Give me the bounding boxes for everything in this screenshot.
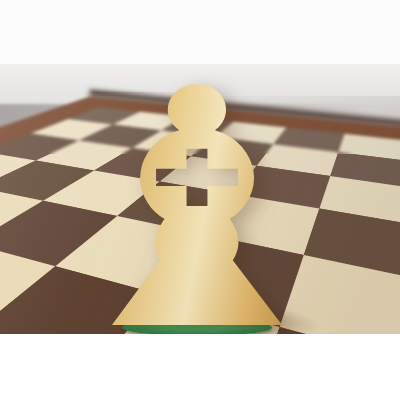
product-photo-chess-bishop: ♝: [0, 0, 400, 400]
photo-bottom-white-margin: [0, 334, 400, 400]
bishop-piece: ♝: [34, 46, 359, 376]
